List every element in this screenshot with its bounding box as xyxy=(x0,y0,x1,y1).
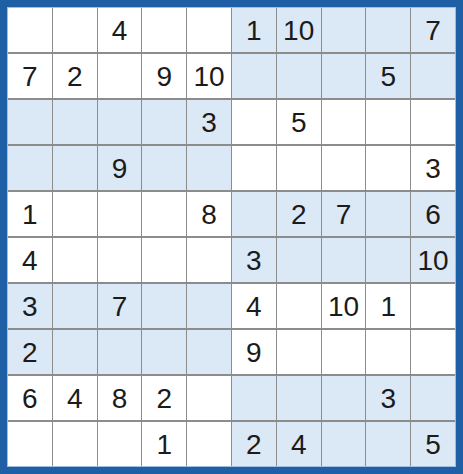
cell-r4c7[interactable] xyxy=(277,146,321,190)
cell-r2c3[interactable] xyxy=(98,54,142,98)
cell-r6c10[interactable]: 10 xyxy=(411,238,455,282)
cell-r8c5[interactable] xyxy=(187,330,231,374)
puzzle-stage: 4110772910535931827643103741012964823124… xyxy=(0,0,463,474)
cell-r8c6[interactable]: 9 xyxy=(232,330,276,374)
cell-r7c6[interactable]: 4 xyxy=(232,284,276,328)
cell-value: 6 xyxy=(22,385,38,413)
cell-r8c9[interactable] xyxy=(366,330,410,374)
cell-value: 7 xyxy=(112,293,128,321)
cell-r10c7[interactable]: 4 xyxy=(277,422,321,466)
cell-r5c10[interactable]: 6 xyxy=(411,192,455,236)
cell-r3c2[interactable] xyxy=(53,100,97,144)
cell-r1c9[interactable] xyxy=(366,8,410,52)
cell-value: 5 xyxy=(381,63,397,91)
cell-r6c9[interactable] xyxy=(366,238,410,282)
cell-value: 4 xyxy=(246,293,262,321)
cell-value: 10 xyxy=(418,247,449,275)
sudoku-board: 4110772910535931827643103741012964823124… xyxy=(0,0,463,474)
cell-value: 4 xyxy=(112,17,128,45)
cell-r9c8[interactable] xyxy=(322,376,366,420)
cell-r1c1[interactable] xyxy=(8,8,52,52)
cell-r9c2[interactable]: 4 xyxy=(53,376,97,420)
cell-value: 3 xyxy=(22,293,38,321)
cell-r1c6[interactable]: 1 xyxy=(232,8,276,52)
cell-r5c3[interactable] xyxy=(98,192,142,236)
cell-r1c3[interactable]: 4 xyxy=(98,8,142,52)
cell-r8c2[interactable] xyxy=(53,330,97,374)
cell-r10c10[interactable]: 5 xyxy=(411,422,455,466)
cell-r5c9[interactable] xyxy=(366,192,410,236)
cell-r1c2[interactable] xyxy=(53,8,97,52)
cell-value: 2 xyxy=(291,201,307,229)
cell-r2c1[interactable]: 7 xyxy=(8,54,52,98)
cell-r6c2[interactable] xyxy=(53,238,97,282)
cell-r4c8[interactable] xyxy=(322,146,366,190)
cell-r7c9[interactable]: 1 xyxy=(366,284,410,328)
cell-r6c6[interactable]: 3 xyxy=(232,238,276,282)
cell-r8c3[interactable] xyxy=(98,330,142,374)
cell-value: 1 xyxy=(157,431,173,459)
cell-r3c8[interactable] xyxy=(322,100,366,144)
cell-value: 3 xyxy=(425,155,441,183)
cell-value: 10 xyxy=(283,17,314,45)
cell-r9c7[interactable] xyxy=(277,376,321,420)
cell-r2c5[interactable]: 10 xyxy=(187,54,231,98)
cell-r9c10[interactable] xyxy=(411,376,455,420)
cell-r3c6[interactable] xyxy=(232,100,276,144)
cell-value: 2 xyxy=(22,339,38,367)
cell-r3c10[interactable] xyxy=(411,100,455,144)
cell-r2c4[interactable]: 9 xyxy=(142,54,186,98)
cell-value: 3 xyxy=(201,109,217,137)
cell-r3c4[interactable] xyxy=(142,100,186,144)
cell-value: 10 xyxy=(194,63,225,91)
cell-r5c7[interactable]: 2 xyxy=(277,192,321,236)
cell-r10c8[interactable] xyxy=(322,422,366,466)
cell-r8c1[interactable]: 2 xyxy=(8,330,52,374)
cell-r8c7[interactable] xyxy=(277,330,321,374)
cell-r10c5[interactable] xyxy=(187,422,231,466)
cell-value: 3 xyxy=(246,247,262,275)
cell-r10c2[interactable] xyxy=(53,422,97,466)
cell-r4c3[interactable]: 9 xyxy=(98,146,142,190)
cell-value: 7 xyxy=(425,17,441,45)
cell-r6c3[interactable] xyxy=(98,238,142,282)
cell-value: 7 xyxy=(22,63,38,91)
cell-value: 2 xyxy=(67,63,83,91)
cell-r4c5[interactable] xyxy=(187,146,231,190)
cell-r6c8[interactable] xyxy=(322,238,366,282)
cell-r6c1[interactable]: 4 xyxy=(8,238,52,282)
cell-r5c4[interactable] xyxy=(142,192,186,236)
cell-r10c9[interactable] xyxy=(366,422,410,466)
cell-r9c1[interactable]: 6 xyxy=(8,376,52,420)
cell-value: 9 xyxy=(157,63,173,91)
cell-r10c6[interactable]: 2 xyxy=(232,422,276,466)
cell-r8c8[interactable] xyxy=(322,330,366,374)
cell-r10c3[interactable] xyxy=(98,422,142,466)
cell-r2c7[interactable] xyxy=(277,54,321,98)
cell-r5c1[interactable]: 1 xyxy=(8,192,52,236)
cell-r9c4[interactable]: 2 xyxy=(142,376,186,420)
cell-r9c5[interactable] xyxy=(187,376,231,420)
cell-value: 10 xyxy=(328,293,359,321)
cell-r7c2[interactable] xyxy=(53,284,97,328)
cell-value: 5 xyxy=(291,109,307,137)
cell-value: 1 xyxy=(22,201,38,229)
cell-r1c8[interactable] xyxy=(322,8,366,52)
cell-r7c8[interactable]: 10 xyxy=(322,284,366,328)
cell-r3c1[interactable] xyxy=(8,100,52,144)
cell-r2c8[interactable] xyxy=(322,54,366,98)
cell-value: 2 xyxy=(246,431,262,459)
cell-r2c9[interactable]: 5 xyxy=(366,54,410,98)
cell-r8c4[interactable] xyxy=(142,330,186,374)
cell-value: 5 xyxy=(425,431,441,459)
cell-r5c2[interactable] xyxy=(53,192,97,236)
cell-r4c9[interactable] xyxy=(366,146,410,190)
cell-r7c7[interactable] xyxy=(277,284,321,328)
cell-r2c2[interactable]: 2 xyxy=(53,54,97,98)
cell-r8c10[interactable] xyxy=(411,330,455,374)
cell-r4c6[interactable] xyxy=(232,146,276,190)
cell-r3c7[interactable]: 5 xyxy=(277,100,321,144)
cell-value: 4 xyxy=(67,385,83,413)
cell-value: 4 xyxy=(291,431,307,459)
cell-r3c5[interactable]: 3 xyxy=(187,100,231,144)
cell-value: 1 xyxy=(246,17,262,45)
cell-r10c1[interactable] xyxy=(8,422,52,466)
cell-r7c5[interactable] xyxy=(187,284,231,328)
cell-r9c6[interactable] xyxy=(232,376,276,420)
cell-value: 7 xyxy=(336,201,352,229)
cell-r4c1[interactable] xyxy=(8,146,52,190)
cell-r7c4[interactable] xyxy=(142,284,186,328)
cell-r1c4[interactable] xyxy=(142,8,186,52)
cell-r3c9[interactable] xyxy=(366,100,410,144)
cell-r6c4[interactable] xyxy=(142,238,186,282)
cell-r6c7[interactable] xyxy=(277,238,321,282)
cell-r5c8[interactable]: 7 xyxy=(322,192,366,236)
cell-value: 2 xyxy=(157,385,173,413)
cell-r7c10[interactable] xyxy=(411,284,455,328)
cell-r10c4[interactable]: 1 xyxy=(142,422,186,466)
cell-r1c5[interactable] xyxy=(187,8,231,52)
cell-r1c7[interactable]: 10 xyxy=(277,8,321,52)
cell-r5c5[interactable]: 8 xyxy=(187,192,231,236)
cell-value: 9 xyxy=(112,155,128,183)
cell-value: 8 xyxy=(112,385,128,413)
cell-value: 3 xyxy=(381,385,397,413)
cell-r7c3[interactable]: 7 xyxy=(98,284,142,328)
cell-r3c3[interactable] xyxy=(98,100,142,144)
cell-value: 9 xyxy=(246,339,262,367)
cell-r2c10[interactable] xyxy=(411,54,455,98)
cell-r9c9[interactable]: 3 xyxy=(366,376,410,420)
cell-r6c5[interactable] xyxy=(187,238,231,282)
cell-r7c1[interactable]: 3 xyxy=(8,284,52,328)
cell-r5c6[interactable] xyxy=(232,192,276,236)
cell-r4c10[interactable]: 3 xyxy=(411,146,455,190)
cell-r4c2[interactable] xyxy=(53,146,97,190)
cell-r4c4[interactable] xyxy=(142,146,186,190)
cell-value: 6 xyxy=(425,201,441,229)
cell-r2c6[interactable] xyxy=(232,54,276,98)
cell-value: 1 xyxy=(381,293,397,321)
cell-value: 4 xyxy=(22,247,38,275)
cell-r9c3[interactable]: 8 xyxy=(98,376,142,420)
cell-r1c10[interactable]: 7 xyxy=(411,8,455,52)
cell-value: 8 xyxy=(201,201,217,229)
